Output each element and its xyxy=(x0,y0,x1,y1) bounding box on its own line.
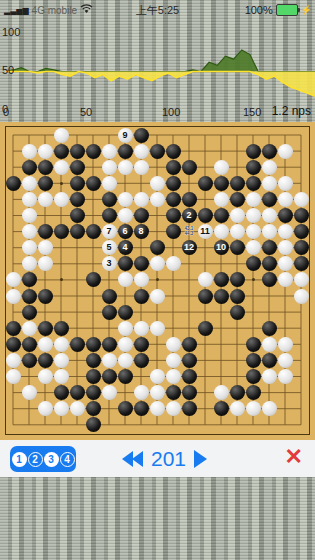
black-stone xyxy=(214,176,229,191)
black-stone xyxy=(6,176,21,191)
white-stone xyxy=(102,144,117,159)
black-stone xyxy=(22,305,37,320)
black-stone xyxy=(86,385,101,400)
black-stone xyxy=(150,144,165,159)
white-stone xyxy=(166,369,181,384)
white-stone xyxy=(166,256,181,271)
black-stone xyxy=(230,192,245,207)
white-stone xyxy=(22,240,37,255)
black-stone xyxy=(166,176,181,191)
white-stone xyxy=(22,256,37,271)
white-stone xyxy=(230,208,245,223)
white-stone xyxy=(262,208,277,223)
play-forward-button[interactable] xyxy=(194,450,207,468)
black-stone xyxy=(70,337,85,352)
variation-button-2[interactable]: 2 xyxy=(28,452,43,467)
white-stone xyxy=(134,385,149,400)
black-stone xyxy=(230,305,245,320)
white-stone xyxy=(262,160,277,175)
black-stone xyxy=(54,385,69,400)
left-triangle-icon xyxy=(132,451,143,467)
y-axis-tick-label: 100 xyxy=(2,26,20,38)
white-stone xyxy=(294,272,309,287)
black-stone xyxy=(246,144,261,159)
white-stone xyxy=(150,369,165,384)
white-stone xyxy=(118,337,133,352)
black-stone xyxy=(86,337,101,352)
white-stone xyxy=(278,272,293,287)
black-stone-move-2: 2 xyxy=(182,208,197,223)
battery-percent-label: 100% xyxy=(245,4,273,16)
black-stone xyxy=(246,369,261,384)
black-stone xyxy=(134,353,149,368)
white-stone xyxy=(278,192,293,207)
white-stone xyxy=(102,176,117,191)
white-stone xyxy=(22,192,37,207)
white-stone xyxy=(278,144,293,159)
x-axis-tick-label: 0 xyxy=(3,106,9,118)
white-stone xyxy=(246,208,261,223)
black-stone xyxy=(54,144,69,159)
white-stone xyxy=(54,160,69,175)
black-stone xyxy=(134,337,149,352)
black-stone xyxy=(22,337,37,352)
white-stone xyxy=(54,401,69,416)
white-stone xyxy=(150,192,165,207)
white-stone xyxy=(134,272,149,287)
white-stone xyxy=(278,337,293,352)
white-stone xyxy=(262,176,277,191)
white-stone xyxy=(70,401,85,416)
white-stone xyxy=(262,369,277,384)
black-stone xyxy=(54,224,69,239)
white-stone xyxy=(214,385,229,400)
black-stone xyxy=(294,240,309,255)
black-stone xyxy=(246,160,261,175)
black-stone xyxy=(70,144,85,159)
black-stone xyxy=(246,176,261,191)
y-axis-tick-label: 50 xyxy=(2,64,14,76)
black-stone xyxy=(182,353,197,368)
black-stone xyxy=(70,385,85,400)
black-stone xyxy=(38,353,53,368)
black-stone xyxy=(230,385,245,400)
white-stone xyxy=(6,289,21,304)
black-stone xyxy=(262,256,277,271)
white-stone xyxy=(150,289,165,304)
close-button[interactable]: ✕ xyxy=(285,444,303,470)
white-stone xyxy=(214,224,229,239)
black-stone xyxy=(182,369,197,384)
black-stone xyxy=(38,289,53,304)
black-stone xyxy=(102,369,117,384)
black-stone-move-4: 4 xyxy=(118,240,133,255)
white-stone xyxy=(54,192,69,207)
move-number-label: 201 xyxy=(151,447,186,471)
black-stone xyxy=(182,401,197,416)
white-stone xyxy=(22,224,37,239)
white-stone xyxy=(294,192,309,207)
black-stone xyxy=(262,353,277,368)
white-stone xyxy=(166,337,181,352)
white-stone xyxy=(278,353,293,368)
black-stone xyxy=(86,144,101,159)
white-stone xyxy=(38,192,53,207)
white-stone xyxy=(262,224,277,239)
white-stone xyxy=(278,176,293,191)
black-stone xyxy=(198,176,213,191)
white-stone xyxy=(38,240,53,255)
black-stone xyxy=(134,128,149,143)
white-stone-move-5: 5 xyxy=(102,240,117,255)
white-stone xyxy=(22,385,37,400)
black-stone xyxy=(6,337,21,352)
white-stone xyxy=(150,176,165,191)
black-stone xyxy=(214,289,229,304)
black-stone xyxy=(102,337,117,352)
black-stone xyxy=(294,224,309,239)
black-stone xyxy=(118,305,133,320)
variation-button-3[interactable]: 3 xyxy=(44,452,59,467)
white-stone xyxy=(262,337,277,352)
black-stone xyxy=(166,385,181,400)
black-stone xyxy=(118,401,133,416)
white-stone xyxy=(134,160,149,175)
black-stone xyxy=(262,240,277,255)
star-point xyxy=(60,182,63,185)
black-stone xyxy=(262,321,277,336)
white-stone xyxy=(38,369,53,384)
black-stone-move-12: 12 xyxy=(182,240,197,255)
black-stone xyxy=(214,401,229,416)
black-stone xyxy=(150,240,165,255)
white-stone xyxy=(54,353,69,368)
black-stone xyxy=(198,289,213,304)
black-stone xyxy=(294,256,309,271)
white-stone xyxy=(150,256,165,271)
black-stone xyxy=(86,224,101,239)
x-axis-tick-label: 100 xyxy=(162,106,180,118)
black-stone xyxy=(86,401,101,416)
white-stone xyxy=(278,224,293,239)
black-stone xyxy=(182,337,197,352)
charging-bolt-icon: ⚡ xyxy=(301,5,312,15)
white-stone xyxy=(230,401,245,416)
black-stone xyxy=(6,321,21,336)
evaluation-annotation: 43.144.3 xyxy=(179,226,199,237)
white-stone xyxy=(38,256,53,271)
black-stone xyxy=(246,353,261,368)
black-stone xyxy=(262,272,277,287)
white-stone xyxy=(102,160,117,175)
white-stone xyxy=(102,353,117,368)
white-stone xyxy=(22,208,37,223)
white-stone xyxy=(198,272,213,287)
black-stone xyxy=(230,240,245,255)
white-stone xyxy=(166,401,181,416)
go-board[interactable]: 9276811541210343.144.3 xyxy=(0,122,315,440)
white-stone-move-9: 9 xyxy=(118,128,133,143)
rewind-button[interactable] xyxy=(122,451,143,467)
black-stone xyxy=(38,176,53,191)
black-stone xyxy=(262,192,277,207)
white-stone xyxy=(150,385,165,400)
white-stone xyxy=(22,144,37,159)
variation-button-1[interactable]: 1 xyxy=(12,452,27,467)
black-stone xyxy=(102,305,117,320)
white-stone xyxy=(278,240,293,255)
black-stone xyxy=(22,353,37,368)
black-stone xyxy=(278,208,293,223)
black-stone xyxy=(86,176,101,191)
white-stone xyxy=(230,224,245,239)
winrate-chart: 100500 050100150 1.2 nps xyxy=(0,20,315,122)
black-stone xyxy=(70,208,85,223)
white-stone xyxy=(6,353,21,368)
white-stone xyxy=(262,401,277,416)
bottom-toolbar: 1234 201 ✕ xyxy=(0,440,315,477)
black-stone xyxy=(294,208,309,223)
black-stone xyxy=(246,337,261,352)
black-stone xyxy=(182,385,197,400)
black-stone xyxy=(70,160,85,175)
black-stone xyxy=(70,224,85,239)
black-stone xyxy=(86,417,101,432)
battery-icon xyxy=(276,4,298,16)
black-stone xyxy=(230,289,245,304)
black-stone xyxy=(230,176,245,191)
white-stone xyxy=(118,321,133,336)
white-stone xyxy=(54,128,69,143)
white-stone xyxy=(246,192,261,207)
black-stone xyxy=(86,272,101,287)
white-stone xyxy=(214,192,229,207)
black-stone xyxy=(262,144,277,159)
white-stone xyxy=(246,401,261,416)
white-stone xyxy=(118,192,133,207)
black-stone xyxy=(182,160,197,175)
black-stone xyxy=(214,208,229,223)
black-stone-move-10: 10 xyxy=(214,240,229,255)
black-stone xyxy=(70,192,85,207)
black-stone xyxy=(118,144,133,159)
black-stone xyxy=(230,272,245,287)
black-stone xyxy=(70,176,85,191)
white-stone xyxy=(246,224,261,239)
black-stone xyxy=(22,289,37,304)
nps-label: 1.2 nps xyxy=(272,104,311,118)
white-stone xyxy=(22,176,37,191)
black-stone xyxy=(134,289,149,304)
white-stone xyxy=(118,208,133,223)
x-axis-tick-label: 150 xyxy=(243,106,261,118)
black-stone xyxy=(22,160,37,175)
white-stone xyxy=(54,369,69,384)
black-stone xyxy=(246,385,261,400)
white-stone xyxy=(6,369,21,384)
variation-button-4[interactable]: 4 xyxy=(60,452,75,467)
black-stone xyxy=(102,289,117,304)
black-stone xyxy=(166,144,181,159)
white-stone xyxy=(278,256,293,271)
variation-buttons[interactable]: 1234 xyxy=(10,446,76,472)
white-stone xyxy=(214,160,229,175)
white-stone-move-11: 11 xyxy=(198,224,213,239)
x-axis-tick-label: 50 xyxy=(80,106,92,118)
white-stone xyxy=(38,401,53,416)
white-stone xyxy=(38,144,53,159)
black-stone xyxy=(54,321,69,336)
status-bar: ▂▃▅▆ 4G mobile 上午5:25 100% ⚡ xyxy=(0,0,315,20)
black-stone xyxy=(134,256,149,271)
black-stone xyxy=(118,369,133,384)
white-stone xyxy=(38,337,53,352)
black-stone xyxy=(246,256,261,271)
black-stone xyxy=(166,208,181,223)
black-stone-move-8: 8 xyxy=(134,224,149,239)
app-screen: ▂▃▅▆ 4G mobile 上午5:25 100% ⚡ 100500 0501… xyxy=(0,0,315,560)
black-stone xyxy=(182,192,197,207)
black-stone xyxy=(38,224,53,239)
white-stone xyxy=(118,272,133,287)
black-stone xyxy=(38,160,53,175)
winrate-chart-svg xyxy=(0,20,315,122)
white-stone xyxy=(278,369,293,384)
black-stone xyxy=(38,321,53,336)
white-stone xyxy=(22,321,37,336)
white-stone xyxy=(134,192,149,207)
black-stone xyxy=(86,353,101,368)
white-stone xyxy=(166,353,181,368)
white-stone xyxy=(6,272,21,287)
black-stone xyxy=(166,160,181,175)
black-stone xyxy=(22,272,37,287)
white-stone xyxy=(294,289,309,304)
black-stone xyxy=(214,272,229,287)
white-stone xyxy=(134,321,149,336)
black-stone xyxy=(102,192,117,207)
white-stone-move-3: 3 xyxy=(102,256,117,271)
black-stone xyxy=(166,192,181,207)
white-stone xyxy=(246,240,261,255)
black-stone xyxy=(198,208,213,223)
white-stone xyxy=(118,353,133,368)
black-stone xyxy=(102,208,117,223)
white-stone xyxy=(54,337,69,352)
black-stone xyxy=(86,369,101,384)
black-stone xyxy=(198,321,213,336)
white-stone xyxy=(134,144,149,159)
white-stone xyxy=(118,160,133,175)
white-stone xyxy=(150,321,165,336)
white-stone xyxy=(102,385,117,400)
black-stone xyxy=(134,401,149,416)
black-stone-move-6: 6 xyxy=(118,224,133,239)
white-stone-move-7: 7 xyxy=(102,224,117,239)
black-stone xyxy=(118,256,133,271)
white-stone xyxy=(150,401,165,416)
black-stone xyxy=(134,208,149,223)
